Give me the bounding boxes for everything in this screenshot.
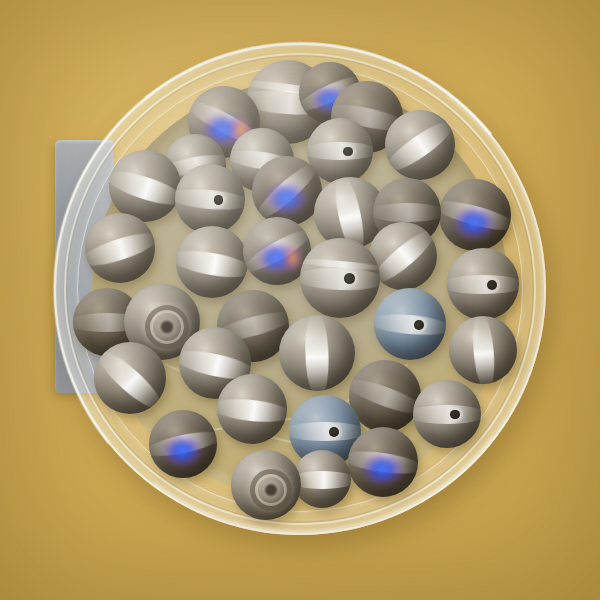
band-detail: [85, 227, 155, 272]
ringhole-detail: [145, 305, 190, 350]
band-detail: [304, 315, 330, 391]
band-detail: [175, 186, 245, 212]
glass-bead: [374, 288, 446, 360]
glass-bead: [94, 342, 166, 414]
glass-bead: [252, 156, 322, 226]
hole-detail: [214, 195, 224, 205]
flash-detail: [451, 205, 497, 241]
glass-bead: [439, 179, 511, 251]
bead-pile: [54, 43, 546, 535]
band-detail: [293, 471, 351, 488]
hole-detail: [487, 280, 497, 290]
hole-detail: [343, 147, 352, 156]
band-detail: [447, 275, 519, 294]
flash-detail: [264, 181, 309, 216]
ringhole-detail: [250, 469, 292, 511]
band-detail: [373, 203, 441, 221]
band-detail: [289, 422, 361, 441]
glass-bead: [279, 315, 355, 391]
band-detail: [469, 316, 496, 384]
band-detail: [385, 115, 455, 179]
band-detail: [307, 142, 373, 160]
bead-container: [54, 43, 546, 535]
glass-bead: [217, 374, 287, 444]
flash-detail: [161, 434, 205, 468]
glass-bead: [449, 316, 517, 384]
band-detail: [94, 343, 166, 414]
glass-bead: [447, 248, 519, 320]
glass-bead: [85, 213, 155, 283]
glass-bead: [176, 226, 248, 298]
hole-detail: [414, 320, 424, 330]
glass-bead: [348, 427, 418, 497]
band-detail: [176, 246, 248, 282]
glass-bead: [385, 110, 455, 180]
hole-detail: [329, 427, 339, 437]
band-detail: [109, 164, 181, 210]
band-detail: [349, 373, 421, 420]
band-detail: [217, 396, 287, 425]
photo-scene: [0, 0, 600, 600]
glass-bead: [413, 380, 481, 448]
band-detail: [413, 405, 481, 423]
flash-detail: [360, 452, 405, 487]
glass-bead: [109, 150, 181, 222]
glass-bead: [231, 450, 301, 520]
glass-bead: [300, 238, 380, 318]
glass-bead: [293, 450, 351, 508]
glass-bead: [175, 164, 245, 234]
glass-bead: [149, 410, 217, 478]
band-detail: [374, 311, 446, 338]
